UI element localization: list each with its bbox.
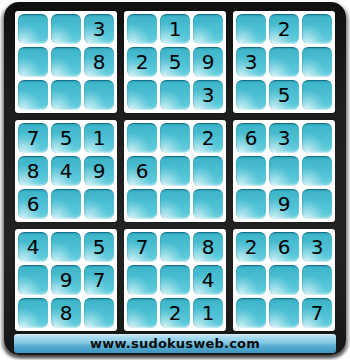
- cell-r2c6[interactable]: 9: [193, 47, 223, 77]
- cell-r7c5[interactable]: [160, 232, 190, 262]
- box-3-1: 45978: [15, 229, 117, 331]
- cell-r4c3[interactable]: 1: [84, 123, 114, 153]
- cell-r6c3[interactable]: [84, 189, 114, 219]
- cell-r5c9[interactable]: [302, 156, 332, 186]
- cell-r9c9[interactable]: 7: [302, 298, 332, 328]
- cell-r8c1[interactable]: [18, 265, 48, 295]
- cell-r9c1[interactable]: [18, 298, 48, 328]
- box-2-3: 639: [233, 120, 335, 222]
- cell-r2c1[interactable]: [18, 47, 48, 77]
- cell-r1c7[interactable]: [236, 14, 266, 44]
- cell-r3c5[interactable]: [160, 80, 190, 110]
- cell-r2c8[interactable]: [269, 47, 299, 77]
- sudoku-grid: 381259323575184962663945978784212637: [15, 11, 335, 331]
- cell-r5c8[interactable]: [269, 156, 299, 186]
- cell-r4c2[interactable]: 5: [51, 123, 81, 153]
- cell-r1c8[interactable]: 2: [269, 14, 299, 44]
- cell-r3c6[interactable]: 3: [193, 80, 223, 110]
- cell-r3c2[interactable]: [51, 80, 81, 110]
- cell-r6c8[interactable]: 9: [269, 189, 299, 219]
- cell-r3c4[interactable]: [127, 80, 157, 110]
- cell-r1c1[interactable]: [18, 14, 48, 44]
- cell-r3c1[interactable]: [18, 80, 48, 110]
- cell-r9c2[interactable]: 8: [51, 298, 81, 328]
- cell-r4c8[interactable]: 3: [269, 123, 299, 153]
- cell-r1c4[interactable]: [127, 14, 157, 44]
- cell-r7c3[interactable]: 5: [84, 232, 114, 262]
- cell-r8c7[interactable]: [236, 265, 266, 295]
- cell-r4c5[interactable]: [160, 123, 190, 153]
- cell-r7c8[interactable]: 6: [269, 232, 299, 262]
- cell-r2c2[interactable]: [51, 47, 81, 77]
- cell-r1c3[interactable]: 3: [84, 14, 114, 44]
- cell-r1c2[interactable]: [51, 14, 81, 44]
- box-2-1: 7518496: [15, 120, 117, 222]
- cell-r9c3[interactable]: [84, 298, 114, 328]
- cell-r6c4[interactable]: [127, 189, 157, 219]
- site-url: www.sudokusweb.com: [90, 336, 260, 351]
- cell-r1c5[interactable]: 1: [160, 14, 190, 44]
- cell-r9c7[interactable]: [236, 298, 266, 328]
- cell-r8c5[interactable]: [160, 265, 190, 295]
- cell-r1c9[interactable]: [302, 14, 332, 44]
- box-3-3: 2637: [233, 229, 335, 331]
- cell-r4c7[interactable]: 6: [236, 123, 266, 153]
- cell-r1c6[interactable]: [193, 14, 223, 44]
- sudoku-board: 381259323575184962663945978784212637 www…: [4, 2, 346, 355]
- cell-r4c1[interactable]: 7: [18, 123, 48, 153]
- cell-r4c4[interactable]: [127, 123, 157, 153]
- cell-r6c9[interactable]: [302, 189, 332, 219]
- cell-r8c4[interactable]: [127, 265, 157, 295]
- cell-r5c1[interactable]: 8: [18, 156, 48, 186]
- cell-r6c7[interactable]: [236, 189, 266, 219]
- cell-r2c4[interactable]: 2: [127, 47, 157, 77]
- cell-r8c9[interactable]: [302, 265, 332, 295]
- cell-r6c2[interactable]: [51, 189, 81, 219]
- cell-r2c7[interactable]: 3: [236, 47, 266, 77]
- cell-r7c7[interactable]: 2: [236, 232, 266, 262]
- cell-r4c6[interactable]: 2: [193, 123, 223, 153]
- box-1-3: 235: [233, 11, 335, 113]
- cell-r2c5[interactable]: 5: [160, 47, 190, 77]
- cell-r9c6[interactable]: 1: [193, 298, 223, 328]
- cell-r8c8[interactable]: [269, 265, 299, 295]
- box-2-2: 26: [124, 120, 226, 222]
- cell-r4c9[interactable]: [302, 123, 332, 153]
- cell-r9c5[interactable]: 2: [160, 298, 190, 328]
- cell-r7c1[interactable]: 4: [18, 232, 48, 262]
- box-1-2: 12593: [124, 11, 226, 113]
- cell-r3c8[interactable]: 5: [269, 80, 299, 110]
- cell-r3c7[interactable]: [236, 80, 266, 110]
- box-3-2: 78421: [124, 229, 226, 331]
- cell-r6c6[interactable]: [193, 189, 223, 219]
- box-1-1: 38: [15, 11, 117, 113]
- cell-r7c9[interactable]: 3: [302, 232, 332, 262]
- cell-r6c5[interactable]: [160, 189, 190, 219]
- cell-r3c3[interactable]: [84, 80, 114, 110]
- cell-r5c4[interactable]: 6: [127, 156, 157, 186]
- cell-r2c3[interactable]: 8: [84, 47, 114, 77]
- cell-r6c1[interactable]: 6: [18, 189, 48, 219]
- cell-r8c6[interactable]: 4: [193, 265, 223, 295]
- cell-r3c9[interactable]: [302, 80, 332, 110]
- cell-r5c5[interactable]: [160, 156, 190, 186]
- page: 381259323575184962663945978784212637 www…: [0, 0, 350, 360]
- cell-r5c6[interactable]: [193, 156, 223, 186]
- cell-r2c9[interactable]: [302, 47, 332, 77]
- cell-r5c2[interactable]: 4: [51, 156, 81, 186]
- cell-r7c6[interactable]: 8: [193, 232, 223, 262]
- footer-bar: www.sudokusweb.com: [14, 334, 336, 353]
- cell-r9c4[interactable]: [127, 298, 157, 328]
- cell-r5c7[interactable]: [236, 156, 266, 186]
- cell-r7c4[interactable]: 7: [127, 232, 157, 262]
- cell-r8c2[interactable]: 9: [51, 265, 81, 295]
- cell-r7c2[interactable]: [51, 232, 81, 262]
- cell-r5c3[interactable]: 9: [84, 156, 114, 186]
- cell-r9c8[interactable]: [269, 298, 299, 328]
- cell-r8c3[interactable]: 7: [84, 265, 114, 295]
